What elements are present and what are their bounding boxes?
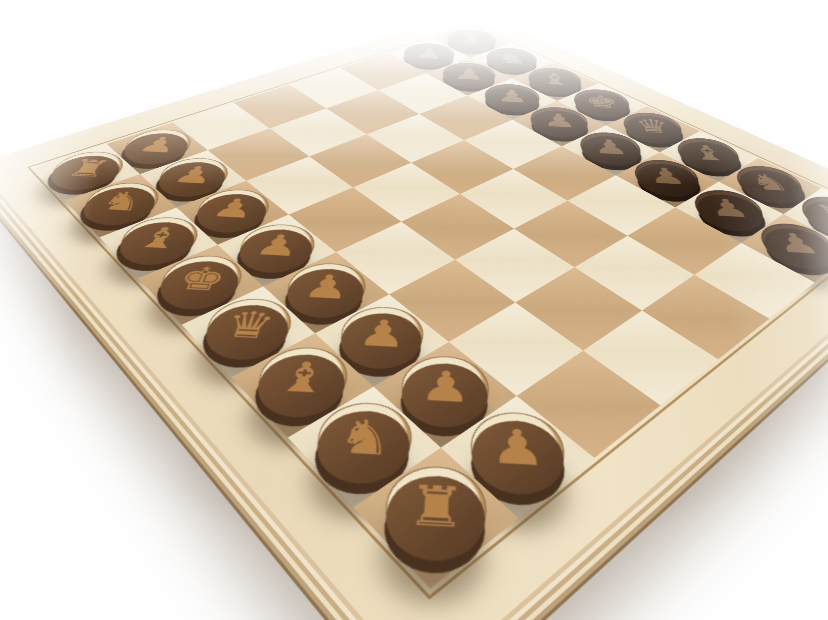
white-rook-icon: ♜ xyxy=(383,465,486,553)
product-photo-scene: ♜♟♟♜♞♟♟♞♝♟♟♝♚♟♟♚♛♟♟♛♝♟♟♝♞♟♟♞♜♟♟♜ xyxy=(0,0,828,620)
white-pawn-icon: ♟ xyxy=(471,411,566,488)
